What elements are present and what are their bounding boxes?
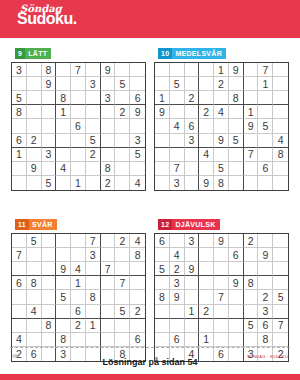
sudoku-cell xyxy=(155,305,170,319)
sudoku-cell xyxy=(155,77,170,91)
sudoku-cell xyxy=(155,63,170,77)
sudoku-cell xyxy=(56,234,71,248)
sudoku-cell xyxy=(101,305,116,319)
puzzle-block-devilish: 12 DJÄVULSK 6392469529398897251235676184… xyxy=(154,213,289,362)
sudoku-cell xyxy=(199,162,214,176)
sudoku-cell: 8 xyxy=(42,319,57,333)
sudoku-cell xyxy=(244,162,259,176)
sudoku-cell xyxy=(244,305,259,319)
sudoku-cell: 7 xyxy=(214,290,229,304)
sudoku-cell xyxy=(214,148,229,162)
sudoku-cell: 8 xyxy=(101,162,116,176)
sudoku-cell: 9 xyxy=(56,262,71,276)
sudoku-cell xyxy=(244,91,259,105)
sudoku-cell xyxy=(115,63,130,77)
sudoku-cell xyxy=(170,91,185,105)
sudoku-cell: 9 xyxy=(229,276,244,290)
sudoku-cell xyxy=(42,262,57,276)
sudoku-grid-hard: 572473894768175846528214862638 xyxy=(11,233,146,362)
badge-label: SVÅR xyxy=(29,219,57,230)
sudoku-cell: 2 xyxy=(130,305,145,319)
sudoku-cell xyxy=(185,290,200,304)
sudoku-cell: 9 xyxy=(42,77,57,91)
sudoku-cell xyxy=(170,148,185,162)
sudoku-cell: 6 xyxy=(71,119,86,133)
sudoku-cell xyxy=(27,119,42,133)
sudoku-cell xyxy=(273,262,288,276)
sudoku-cell: 7 xyxy=(12,248,27,262)
difficulty-badge-devilish: 12 DJÄVULSK xyxy=(158,219,220,230)
sudoku-cell: 6 xyxy=(155,234,170,248)
sudoku-cell xyxy=(27,148,42,162)
sudoku-cell: 8 xyxy=(229,91,244,105)
sudoku-cell xyxy=(244,248,259,262)
sudoku-cell xyxy=(244,333,259,347)
sudoku-cell: 5 xyxy=(244,319,259,333)
sudoku-cell xyxy=(12,262,27,276)
sudoku-cell xyxy=(214,262,229,276)
sudoku-cell: 2 xyxy=(199,305,214,319)
sudoku-cell xyxy=(86,105,101,119)
badge-label: LÄTT xyxy=(25,48,51,59)
footer-red-bar xyxy=(0,374,300,380)
sudoku-cell: 1 xyxy=(258,77,273,91)
sudoku-cell: 2 xyxy=(214,77,229,91)
sudoku-cell xyxy=(244,77,259,91)
sudoku-cell xyxy=(101,119,116,133)
sudoku-cell xyxy=(185,162,200,176)
sudoku-grid-easy: 3879935583681296625313259485124 xyxy=(11,62,146,191)
sudoku-cell: 5 xyxy=(273,290,288,304)
sudoku-cell xyxy=(258,176,273,190)
sudoku-cell xyxy=(56,319,71,333)
sudoku-cell xyxy=(155,276,170,290)
sudoku-cell: 5 xyxy=(86,134,101,148)
sudoku-cell xyxy=(199,276,214,290)
sudoku-cell xyxy=(42,234,57,248)
sudoku-cell: 9 xyxy=(244,119,259,133)
sudoku-cell: 2 xyxy=(258,290,273,304)
sudoku-cell: 7 xyxy=(258,63,273,77)
sudoku-cell xyxy=(214,305,229,319)
sudoku-cell: 8 xyxy=(56,91,71,105)
sudoku-cell: 3 xyxy=(101,91,116,105)
sudoku-cell: 8 xyxy=(130,248,145,262)
sudoku-cell xyxy=(185,248,200,262)
sudoku-cell xyxy=(199,290,214,304)
sudoku-cell: 3 xyxy=(130,134,145,148)
sudoku-cell xyxy=(229,333,244,347)
sudoku-cell xyxy=(56,134,71,148)
sudoku-cell: 8 xyxy=(258,333,273,347)
sudoku-cell: 8 xyxy=(273,148,288,162)
sudoku-cell xyxy=(185,333,200,347)
sudoku-cell xyxy=(258,262,273,276)
sudoku-cell xyxy=(199,248,214,262)
sudoku-cell xyxy=(101,134,116,148)
sudoku-cell xyxy=(27,77,42,91)
sudoku-cell xyxy=(71,248,86,262)
sudoku-cell xyxy=(86,176,101,190)
sudoku-cell xyxy=(12,234,27,248)
sudoku-cell: 6 xyxy=(71,305,86,319)
sudoku-cell xyxy=(155,119,170,133)
sudoku-cell: 8 xyxy=(86,290,101,304)
sudoku-cell: 6 xyxy=(258,319,273,333)
sudoku-cell xyxy=(214,119,229,133)
sudoku-cell xyxy=(101,333,116,347)
sudoku-cell: 7 xyxy=(170,162,185,176)
difficulty-badge-easy: 9 LÄTT xyxy=(15,48,51,59)
sudoku-cell xyxy=(130,262,145,276)
sudoku-cell: 1 xyxy=(199,333,214,347)
sudoku-cell xyxy=(273,91,288,105)
sudoku-cell: 8 xyxy=(27,276,42,290)
sudoku-cell: 1 xyxy=(56,105,71,119)
sudoku-cell: 9 xyxy=(229,63,244,77)
sudoku-cell xyxy=(229,105,244,119)
sudoku-cell: 1 xyxy=(86,319,101,333)
sudoku-cell xyxy=(27,176,42,190)
sudoku-cell: 5 xyxy=(155,262,170,276)
sudoku-cell xyxy=(229,305,244,319)
sudoku-cell xyxy=(229,262,244,276)
sudoku-cell xyxy=(170,305,185,319)
sudoku-cell xyxy=(101,290,116,304)
sudoku-cell xyxy=(273,105,288,119)
sudoku-cell: 9 xyxy=(170,290,185,304)
sudoku-cell xyxy=(86,262,101,276)
sudoku-cell xyxy=(115,290,130,304)
sudoku-cell xyxy=(185,105,200,119)
sudoku-cell: 3 xyxy=(185,134,200,148)
sudoku-cell xyxy=(86,276,101,290)
sudoku-cell xyxy=(130,119,145,133)
sudoku-cell xyxy=(199,234,214,248)
sudoku-cell xyxy=(27,262,42,276)
sudoku-cell xyxy=(214,319,229,333)
sudoku-cell xyxy=(86,119,101,133)
sudoku-cell xyxy=(71,148,86,162)
sudoku-cell xyxy=(27,248,42,262)
sudoku-cell: 3 xyxy=(12,63,27,77)
solutions-row: 48 Lösningar på sidan 54 SÖNDAG · SUDOKU xyxy=(10,347,290,374)
badge-label: DJÄVULSK xyxy=(172,219,219,230)
sudoku-cell xyxy=(86,305,101,319)
sudoku-cell: 9 xyxy=(155,105,170,119)
sudoku-cell xyxy=(101,319,116,333)
sudoku-cell xyxy=(42,290,57,304)
sudoku-cell: 5 xyxy=(258,119,273,133)
sudoku-cell xyxy=(115,176,130,190)
sudoku-cell: 7 xyxy=(244,148,259,162)
sudoku-cell xyxy=(185,148,200,162)
sudoku-cell xyxy=(42,105,57,119)
sudoku-grid-devilish: 6392469529398897251235676184632 xyxy=(154,233,289,362)
sudoku-cell xyxy=(130,290,145,304)
sudoku-cell xyxy=(130,319,145,333)
sudoku-cell: 5 xyxy=(42,176,57,190)
sudoku-cell xyxy=(42,276,57,290)
sudoku-cell: 5 xyxy=(115,305,130,319)
sudoku-cell: 2 xyxy=(101,176,116,190)
sudoku-cell xyxy=(115,248,130,262)
sudoku-cell xyxy=(199,77,214,91)
sudoku-cell xyxy=(199,63,214,77)
sudoku-cell: 4 xyxy=(214,105,229,119)
sudoku-cell: 4 xyxy=(130,234,145,248)
sudoku-cell: 2 xyxy=(27,134,42,148)
header-banner: Söndag Sudoku. xyxy=(0,0,300,38)
sudoku-cell: 2 xyxy=(71,319,86,333)
sudoku-cell xyxy=(273,77,288,91)
sudoku-cell: 8 xyxy=(155,290,170,304)
sudoku-cell xyxy=(42,134,57,148)
sudoku-cell xyxy=(56,77,71,91)
sudoku-cell: 6 xyxy=(229,248,244,262)
sudoku-cell: 8 xyxy=(12,105,27,119)
sudoku-cell xyxy=(273,162,288,176)
sudoku-cell: 5 xyxy=(115,77,130,91)
sudoku-cell xyxy=(214,91,229,105)
sudoku-cell xyxy=(12,290,27,304)
sudoku-cell: 4 xyxy=(170,119,185,133)
sudoku-cell xyxy=(273,119,288,133)
sudoku-cell xyxy=(56,148,71,162)
sudoku-cell xyxy=(27,105,42,119)
sudoku-cell xyxy=(86,162,101,176)
sudoku-cell: 9 xyxy=(130,105,145,119)
difficulty-badge-medium: 10 MEDELSVÅR xyxy=(158,48,226,59)
sudoku-cell xyxy=(115,91,130,105)
sudoku-cell: 6 xyxy=(130,333,145,347)
sudoku-cell: 4 xyxy=(56,162,71,176)
sudoku-cell xyxy=(170,63,185,77)
sudoku-cell xyxy=(101,234,116,248)
puzzle-block-hard: 11 SVÅR 572473894768175846528214862638 xyxy=(11,213,146,362)
sudoku-cell: 7 xyxy=(115,276,130,290)
sudoku-cell xyxy=(71,234,86,248)
sudoku-cell: 2 xyxy=(86,148,101,162)
sudoku-cell xyxy=(71,91,86,105)
sudoku-cell: 4 xyxy=(199,148,214,162)
sudoku-cell xyxy=(27,319,42,333)
sudoku-cell: 2 xyxy=(115,234,130,248)
sudoku-cell: 7 xyxy=(86,234,101,248)
sudoku-cell xyxy=(115,134,130,148)
sudoku-cell xyxy=(214,248,229,262)
sudoku-cell: 5 xyxy=(56,290,71,304)
sudoku-cell xyxy=(130,276,145,290)
sudoku-cell xyxy=(273,63,288,77)
sudoku-cell xyxy=(71,105,86,119)
sudoku-cell: 3 xyxy=(42,148,57,162)
puzzle-block-medium: 10 MEDELSVÅR 197521128924146953954478756… xyxy=(154,42,289,191)
sudoku-cell: 6 xyxy=(170,333,185,347)
sudoku-cell xyxy=(86,333,101,347)
sudoku-cell xyxy=(71,290,86,304)
sudoku-cell xyxy=(56,176,71,190)
sudoku-cell xyxy=(229,148,244,162)
sudoku-cell: 4 xyxy=(71,262,86,276)
sudoku-cell: 8 xyxy=(214,176,229,190)
sudoku-cell xyxy=(12,162,27,176)
sudoku-cell xyxy=(101,77,116,91)
sudoku-cell xyxy=(185,176,200,190)
sudoku-cell xyxy=(12,119,27,133)
sudoku-cell xyxy=(229,176,244,190)
sudoku-cell: 4 xyxy=(273,134,288,148)
sudoku-cell: 7 xyxy=(101,262,116,276)
sudoku-cell xyxy=(185,77,200,91)
sudoku-cell xyxy=(244,63,259,77)
sudoku-cell xyxy=(199,91,214,105)
sudoku-cell xyxy=(115,162,130,176)
sudoku-cell xyxy=(155,162,170,176)
sudoku-cell xyxy=(155,148,170,162)
sudoku-cell xyxy=(273,248,288,262)
sudoku-cell xyxy=(86,63,101,77)
sudoku-cell: 3 xyxy=(170,176,185,190)
badge-number: 10 xyxy=(158,48,172,59)
sudoku-cell xyxy=(155,248,170,262)
sudoku-cell: 4 xyxy=(170,248,185,262)
sudoku-cell: 4 xyxy=(27,305,42,319)
sudoku-cell xyxy=(12,305,27,319)
sudoku-cell xyxy=(170,134,185,148)
sudoku-cell xyxy=(101,248,116,262)
sudoku-cell xyxy=(42,119,57,133)
badge-label: MEDELSVÅR xyxy=(172,48,226,59)
sudoku-cell xyxy=(56,305,71,319)
sudoku-cell: 1 xyxy=(214,63,229,77)
sudoku-cell: 6 xyxy=(12,134,27,148)
sudoku-cell xyxy=(71,77,86,91)
sudoku-cell xyxy=(56,119,71,133)
sudoku-cell xyxy=(258,148,273,162)
sudoku-cell: 2 xyxy=(199,105,214,119)
sudoku-cell: 9 xyxy=(199,176,214,190)
sudoku-cell xyxy=(12,77,27,91)
sudoku-cell xyxy=(71,162,86,176)
sudoku-cell: 7 xyxy=(273,319,288,333)
sudoku-cell: 6 xyxy=(258,162,273,176)
sudoku-cell xyxy=(101,148,116,162)
sudoku-cell xyxy=(199,134,214,148)
sudoku-cell xyxy=(244,134,259,148)
page-footer: 48 Lösningar på sidan 54 SÖNDAG · SUDOKU xyxy=(0,347,300,380)
sudoku-cell xyxy=(42,248,57,262)
sudoku-cell xyxy=(229,119,244,133)
sudoku-cell: 1 xyxy=(71,176,86,190)
badge-number: 11 xyxy=(15,219,29,230)
sudoku-cell: 5 xyxy=(130,148,145,162)
sudoku-cell: 8 xyxy=(244,276,259,290)
sudoku-cell xyxy=(185,276,200,290)
badge-number: 9 xyxy=(15,48,25,59)
folio-text: SÖNDAG · SUDOKU xyxy=(247,354,288,359)
sudoku-cell: 3 xyxy=(86,248,101,262)
sudoku-cell: 8 xyxy=(42,63,57,77)
sudoku-cell xyxy=(229,319,244,333)
sudoku-cell: 5 xyxy=(27,234,42,248)
sudoku-cell: 5 xyxy=(229,134,244,148)
sudoku-cell xyxy=(244,176,259,190)
sudoku-cell: 1 xyxy=(71,276,86,290)
sudoku-cell: 9 xyxy=(214,234,229,248)
sudoku-cell xyxy=(27,63,42,77)
sudoku-cell xyxy=(258,91,273,105)
sudoku-cell: 4 xyxy=(130,176,145,190)
sudoku-cell xyxy=(115,148,130,162)
sudoku-cell xyxy=(258,134,273,148)
sudoku-cell xyxy=(185,319,200,333)
sudoku-cell xyxy=(115,319,130,333)
sudoku-cell xyxy=(258,234,273,248)
sudoku-cell xyxy=(214,333,229,347)
sudoku-cell xyxy=(42,162,57,176)
sudoku-cell: 1 xyxy=(244,105,259,119)
puzzle-area: 9 LÄTT 3879935583681296625313259485124 1… xyxy=(0,38,300,362)
sudoku-cell xyxy=(170,234,185,248)
sudoku-cell xyxy=(244,290,259,304)
sudoku-cell xyxy=(244,262,259,276)
sudoku-cell xyxy=(115,262,130,276)
sudoku-cell: 2 xyxy=(115,105,130,119)
sudoku-cell xyxy=(273,276,288,290)
sudoku-cell xyxy=(229,290,244,304)
sudoku-grid-medium: 197521128924146953954478756398 xyxy=(154,62,289,191)
sudoku-cell xyxy=(27,91,42,105)
sudoku-cell xyxy=(115,119,130,133)
sudoku-cell xyxy=(214,276,229,290)
sudoku-cell: 3 xyxy=(258,305,273,319)
sudoku-cell: 5 xyxy=(12,91,27,105)
sudoku-cell xyxy=(130,77,145,91)
sudoku-cell xyxy=(199,319,214,333)
sudoku-cell: 6 xyxy=(12,276,27,290)
sudoku-cell xyxy=(229,162,244,176)
sudoku-cell xyxy=(42,305,57,319)
sudoku-cell xyxy=(155,134,170,148)
sudoku-cell: 9 xyxy=(214,134,229,148)
sudoku-cell: 5 xyxy=(214,162,229,176)
sudoku-cell xyxy=(12,176,27,190)
sudoku-cell xyxy=(56,63,71,77)
sudoku-cell xyxy=(273,176,288,190)
sudoku-cell xyxy=(56,248,71,262)
sudoku-cell: 4 xyxy=(12,333,27,347)
sudoku-cell: 6 xyxy=(130,91,145,105)
sudoku-cell: 9 xyxy=(258,248,273,262)
sudoku-cell xyxy=(115,333,130,347)
sudoku-cell xyxy=(101,276,116,290)
sudoku-cell xyxy=(185,63,200,77)
sudoku-cell: 9 xyxy=(27,162,42,176)
sudoku-cell xyxy=(155,176,170,190)
sudoku-cell xyxy=(258,105,273,119)
sudoku-cell xyxy=(130,63,145,77)
sudoku-cell xyxy=(229,234,244,248)
logo-main: Sudoku. xyxy=(17,11,300,26)
sudoku-cell xyxy=(27,333,42,347)
sudoku-cell xyxy=(130,162,145,176)
sudoku-cell: 9 xyxy=(101,63,116,77)
sudoku-cell: 2 xyxy=(244,234,259,248)
solutions-text: Lösningar på sidan 54 xyxy=(102,357,197,367)
sudoku-cell: 3 xyxy=(170,276,185,290)
sudoku-cell xyxy=(42,333,57,347)
